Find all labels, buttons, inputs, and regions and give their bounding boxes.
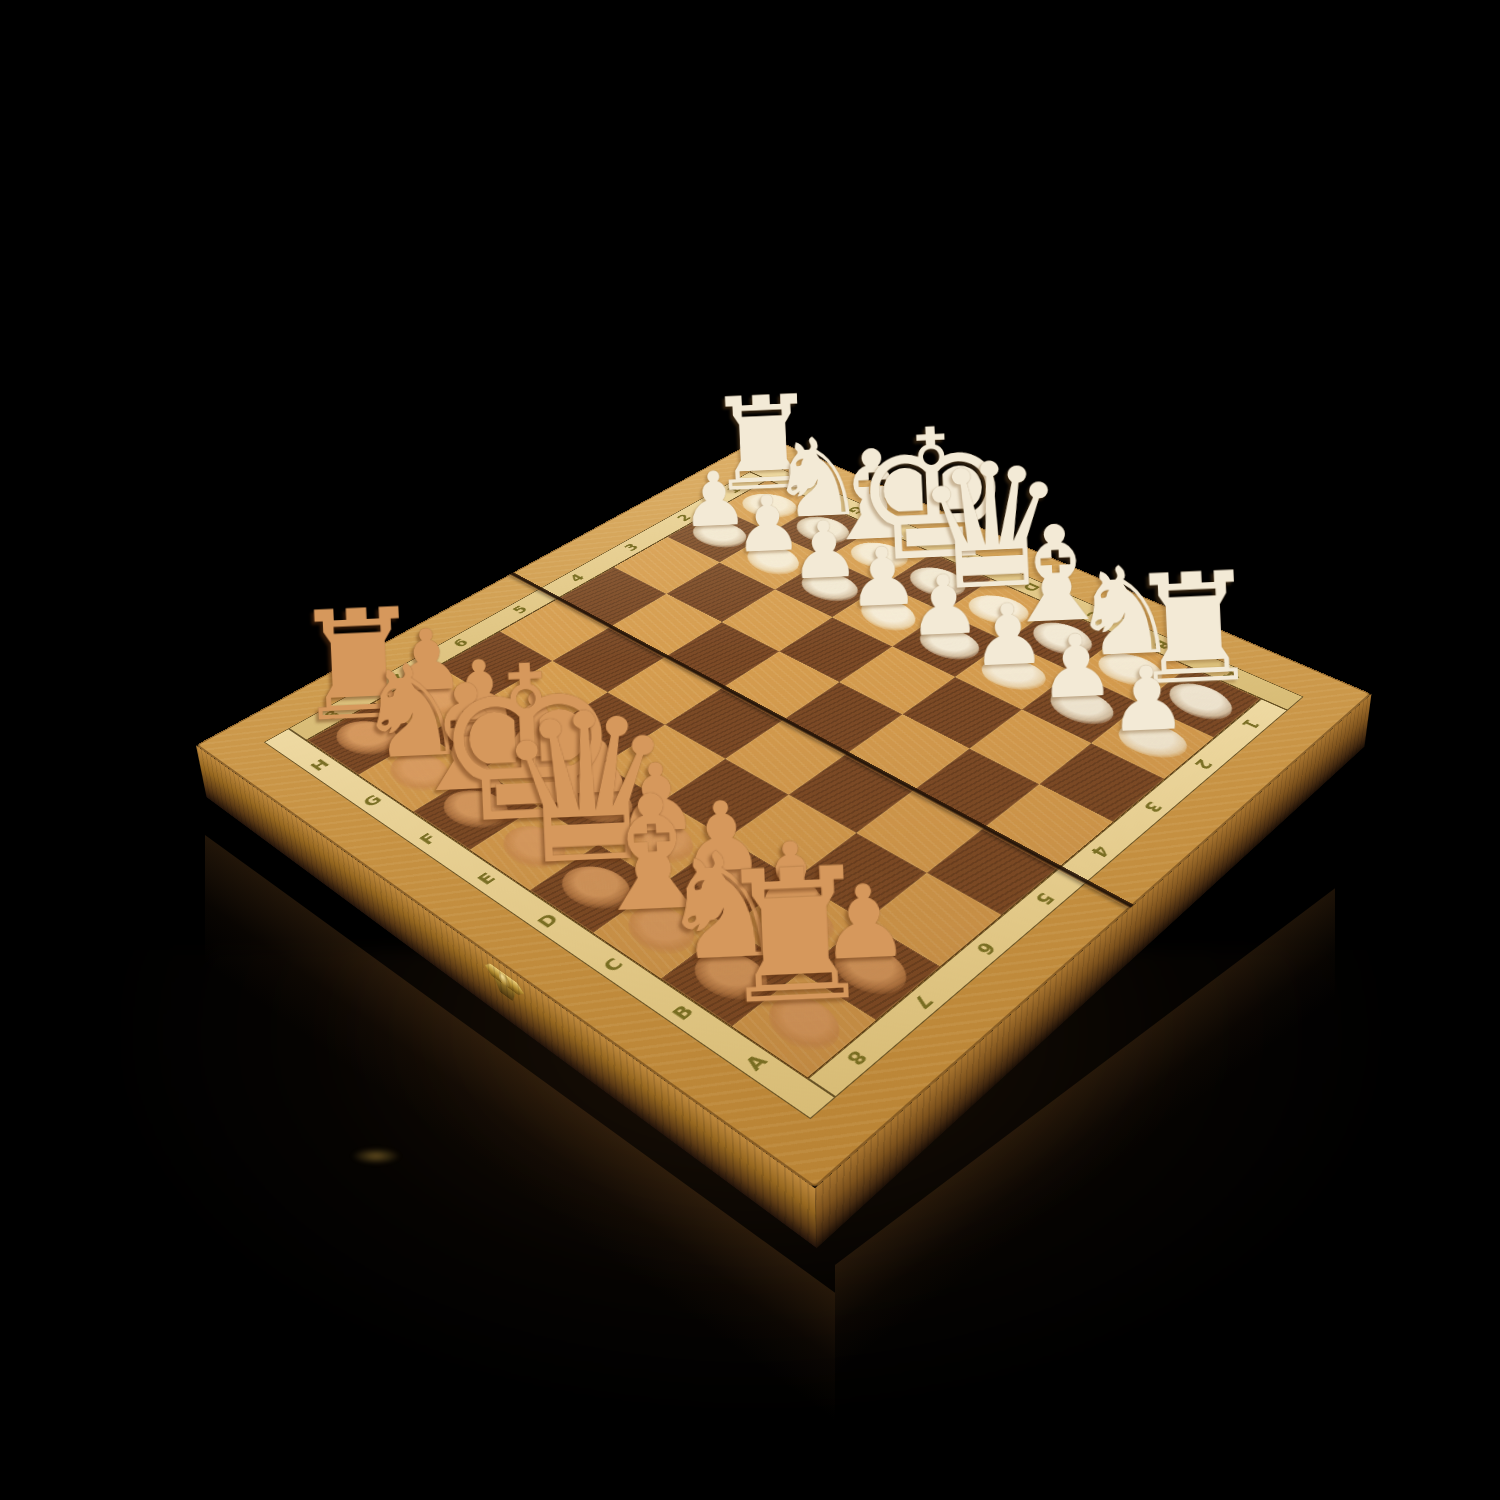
square-a2: ♟ <box>1091 704 1213 779</box>
scene-photo: HGFEDCBA HGFEDCBA 12345678 12345678 ♜♞♝♚… <box>0 0 1500 1500</box>
squares-grid: ♜♞♝♚♛♝♞♜♟♟♟♟♟♟♟♟♟♟♟♟♟♟♟♟♜♞♝♚♛♝♞♜ <box>306 480 1261 1079</box>
latch-knob <box>498 970 510 990</box>
latch-hook <box>492 973 519 1005</box>
chess-board: HGFEDCBA HGFEDCBA 12345678 12345678 ♜♞♝♚… <box>196 435 1372 1188</box>
perspective-container: HGFEDCBA HGFEDCBA 12345678 12345678 ♜♞♝♚… <box>350 286 1217 1153</box>
piece-white-pawn-a2: ♟ <box>1058 651 1236 747</box>
chess-box: HGFEDCBA HGFEDCBA 12345678 12345678 ♜♞♝♚… <box>196 435 1372 1188</box>
scene-tilt: HGFEDCBA HGFEDCBA 12345678 12345678 ♜♞♝♚… <box>0 0 1500 1500</box>
piece-black-rook-a8: ♜ <box>688 841 902 1032</box>
